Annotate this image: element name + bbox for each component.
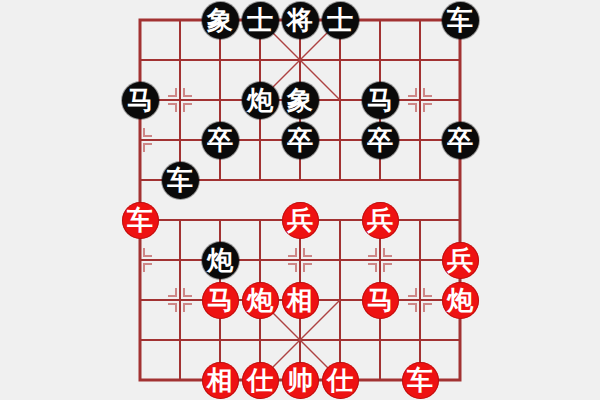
black-horse[interactable]: 马	[122, 82, 159, 119]
red-cannon[interactable]: 炮	[442, 282, 479, 319]
black-soldier[interactable]: 卒	[362, 122, 399, 159]
red-elephant[interactable]: 相	[282, 282, 319, 319]
black-soldier[interactable]: 卒	[282, 122, 319, 159]
black-horse[interactable]: 马	[362, 82, 399, 119]
red-cannon[interactable]: 炮	[242, 282, 279, 319]
black-general[interactable]: 将	[282, 2, 319, 39]
black-elephant[interactable]: 象	[282, 82, 319, 119]
black-chariot[interactable]: 车	[162, 162, 199, 199]
black-cannon[interactable]: 炮	[242, 82, 279, 119]
red-advisor[interactable]: 仕	[242, 362, 279, 399]
black-cannon[interactable]: 炮	[202, 242, 239, 279]
red-chariot[interactable]: 车	[122, 202, 159, 239]
red-elephant[interactable]: 相	[202, 362, 239, 399]
black-soldier[interactable]: 卒	[442, 122, 479, 159]
xiangqi-board-screenshot: 象士将士车马炮象马卒卒卒卒车车兵兵炮兵马炮相马炮相仕帅仕车	[0, 0, 600, 400]
red-horse[interactable]: 马	[202, 282, 239, 319]
black-soldier[interactable]: 卒	[202, 122, 239, 159]
red-advisor[interactable]: 仕	[322, 362, 359, 399]
red-soldier[interactable]: 兵	[442, 242, 479, 279]
pieces-layer: 象士将士车马炮象马卒卒卒卒车车兵兵炮兵马炮相马炮相仕帅仕车	[0, 0, 600, 400]
red-general[interactable]: 帅	[282, 362, 319, 399]
black-advisor[interactable]: 士	[322, 2, 359, 39]
red-soldier[interactable]: 兵	[362, 202, 399, 239]
red-soldier[interactable]: 兵	[282, 202, 319, 239]
black-elephant[interactable]: 象	[202, 2, 239, 39]
black-advisor[interactable]: 士	[242, 2, 279, 39]
red-horse[interactable]: 马	[362, 282, 399, 319]
black-chariot[interactable]: 车	[442, 2, 479, 39]
red-chariot[interactable]: 车	[402, 362, 439, 399]
